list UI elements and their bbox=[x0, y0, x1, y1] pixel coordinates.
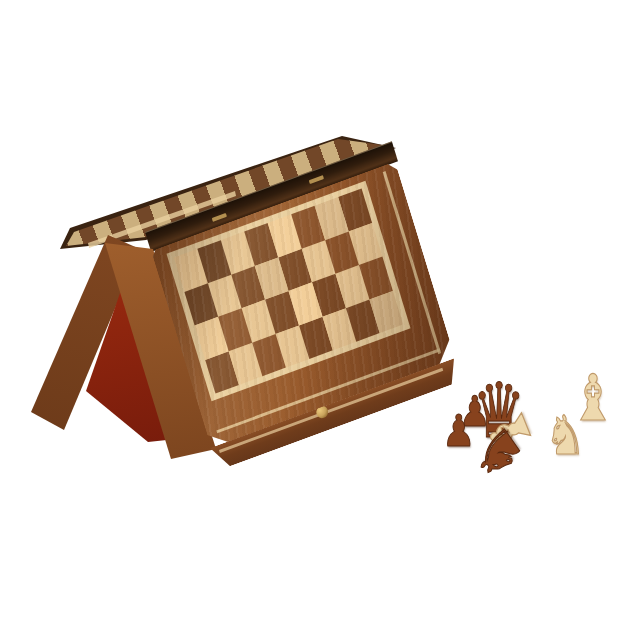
chess-piece-light-bishop: ♝ bbox=[569, 366, 616, 430]
brass-hinge-2-icon bbox=[309, 175, 324, 184]
product-photo-canvas: ♛ ♟ ♝ ♟ ♞ ♞ ♝ bbox=[0, 0, 625, 625]
brass-hinge-1-icon bbox=[212, 213, 227, 222]
